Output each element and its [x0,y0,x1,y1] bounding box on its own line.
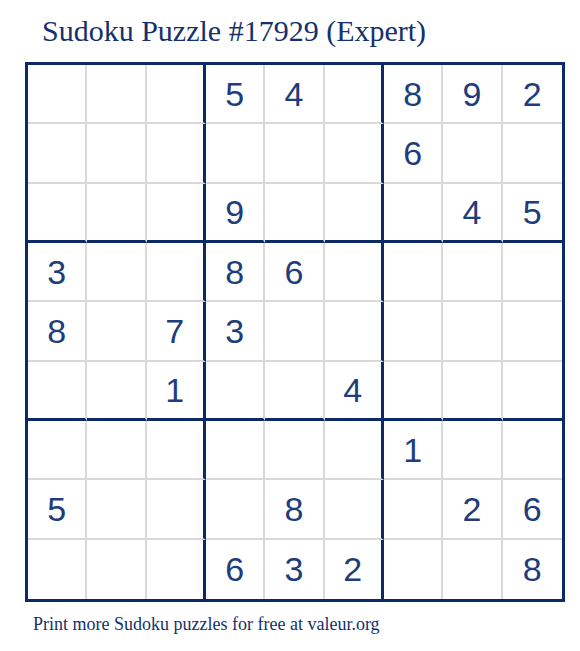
cell-r1c8: 9 [443,65,502,124]
cell-r8c9: 6 [503,480,562,539]
cell-r1c5: 4 [265,65,324,124]
cell-r7c3 [147,421,206,480]
cell-r9c5: 3 [265,540,324,599]
cell-r4c5: 6 [265,243,324,302]
cell-r6c7 [384,362,443,421]
cell-r5c4: 3 [206,302,265,361]
cell-r2c8 [443,124,502,183]
cell-r9c7 [384,540,443,599]
cell-r1c3 [147,65,206,124]
cell-r4c2 [87,243,146,302]
cell-r3c1 [28,184,87,243]
cell-r2c7: 6 [384,124,443,183]
cell-r1c9: 2 [503,65,562,124]
cell-r6c2 [87,362,146,421]
cell-r9c2 [87,540,146,599]
cell-r3c9: 5 [503,184,562,243]
sudoku-page: Sudoku Puzzle #17929 (Expert) 5489269453… [0,0,580,651]
cell-r9c3 [147,540,206,599]
cell-r2c5 [265,124,324,183]
sudoku-board: 54892694538687314158266328 [25,62,565,602]
cell-r6c5 [265,362,324,421]
cell-r6c4 [206,362,265,421]
cell-r7c4 [206,421,265,480]
cell-r6c9 [503,362,562,421]
cell-r3c3 [147,184,206,243]
cell-r1c1 [28,65,87,124]
cell-r5c8 [443,302,502,361]
cell-r6c8 [443,362,502,421]
cell-r7c8 [443,421,502,480]
cell-r6c6: 4 [325,362,384,421]
footer-text: Print more Sudoku puzzles for free at va… [33,614,380,635]
cell-r2c1 [28,124,87,183]
cell-r3c5 [265,184,324,243]
cell-r9c4: 6 [206,540,265,599]
cell-r9c1 [28,540,87,599]
cell-r2c4 [206,124,265,183]
cell-r4c4: 8 [206,243,265,302]
cell-r9c8 [443,540,502,599]
cell-r8c8: 2 [443,480,502,539]
cell-r1c2 [87,65,146,124]
cell-r7c7: 1 [384,421,443,480]
cell-r2c3 [147,124,206,183]
cell-r4c8 [443,243,502,302]
cell-r4c7 [384,243,443,302]
cell-r9c6: 2 [325,540,384,599]
cell-r6c3: 1 [147,362,206,421]
cell-r4c1: 3 [28,243,87,302]
cell-r8c6 [325,480,384,539]
cell-r8c7 [384,480,443,539]
cell-r4c3 [147,243,206,302]
cell-r4c9 [503,243,562,302]
cell-r6c1 [28,362,87,421]
cell-r1c4: 5 [206,65,265,124]
cell-r9c9: 8 [503,540,562,599]
cell-r5c9 [503,302,562,361]
cell-r8c1: 5 [28,480,87,539]
cell-r5c6 [325,302,384,361]
cell-r8c2 [87,480,146,539]
cell-r2c9 [503,124,562,183]
cell-r5c2 [87,302,146,361]
page-title: Sudoku Puzzle #17929 (Expert) [42,14,426,48]
cell-r8c4 [206,480,265,539]
cell-r8c5: 8 [265,480,324,539]
cell-r3c8: 4 [443,184,502,243]
cell-r5c3: 7 [147,302,206,361]
cell-r7c6 [325,421,384,480]
cell-r3c7 [384,184,443,243]
cell-r7c2 [87,421,146,480]
cell-r2c6 [325,124,384,183]
cell-r5c7 [384,302,443,361]
cell-r3c2 [87,184,146,243]
cell-r8c3 [147,480,206,539]
cell-r3c6 [325,184,384,243]
cell-r7c1 [28,421,87,480]
cell-r1c7: 8 [384,65,443,124]
cell-r4c6 [325,243,384,302]
cell-r5c1: 8 [28,302,87,361]
cell-r1c6 [325,65,384,124]
cell-r3c4: 9 [206,184,265,243]
cell-r7c9 [503,421,562,480]
cell-r7c5 [265,421,324,480]
cell-r5c5 [265,302,324,361]
cell-r2c2 [87,124,146,183]
